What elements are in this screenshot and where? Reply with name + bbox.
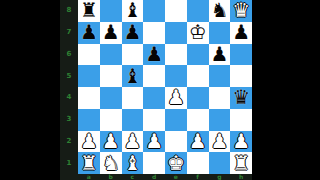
rank-label: 3 <box>60 109 78 131</box>
white-king: ♚ <box>167 153 185 174</box>
square-g3[interactable] <box>209 109 231 131</box>
square-h2[interactable]: ♟ <box>230 131 252 153</box>
square-h5[interactable] <box>230 65 252 87</box>
white-pawn: ♟ <box>123 131 141 152</box>
square-f3[interactable] <box>187 109 209 131</box>
file-labels-frame: a b c d e f g h <box>60 174 252 180</box>
black-pawn: ♟ <box>102 22 120 43</box>
white-pawn: ♟ <box>232 131 250 152</box>
square-e8[interactable] <box>165 0 187 22</box>
rank-label: 2 <box>60 131 78 153</box>
white-pawn: ♟ <box>145 131 163 152</box>
square-e6[interactable] <box>165 44 187 66</box>
square-a2[interactable]: ♟ <box>78 131 100 153</box>
square-e5[interactable] <box>165 65 187 87</box>
square-g8[interactable]: ♞ <box>209 0 231 22</box>
file-labels: a b c d e f g h <box>78 174 252 180</box>
square-e4[interactable]: ♟ <box>165 87 187 109</box>
square-h7[interactable]: ♟ <box>230 22 252 44</box>
square-e7[interactable] <box>165 22 187 44</box>
square-a5[interactable] <box>78 65 100 87</box>
rank-label: 8 <box>60 0 78 22</box>
square-a6[interactable] <box>78 44 100 66</box>
black-pawn: ♟ <box>232 22 250 43</box>
square-b7[interactable]: ♟ <box>100 22 122 44</box>
rank-label: 4 <box>60 87 78 109</box>
white-pawn: ♟ <box>189 131 207 152</box>
square-g7[interactable] <box>209 22 231 44</box>
square-f7[interactable]: ♔ <box>187 22 209 44</box>
square-b1[interactable]: ♞ <box>100 152 122 174</box>
square-b2[interactable]: ♟ <box>100 131 122 153</box>
square-d6[interactable]: ♟ <box>143 44 165 66</box>
rank-label: 1 <box>60 152 78 174</box>
square-d4[interactable] <box>143 87 165 109</box>
square-c1[interactable]: ♝ <box>122 152 144 174</box>
white-pawn: ♟ <box>210 131 228 152</box>
square-d3[interactable] <box>143 109 165 131</box>
square-a4[interactable] <box>78 87 100 109</box>
square-a7[interactable]: ♟ <box>78 22 100 44</box>
black-bishop: ♝ <box>123 0 141 21</box>
square-h3[interactable] <box>230 109 252 131</box>
white-bishop: ♝ <box>123 153 141 174</box>
file-label: f <box>187 174 209 180</box>
square-h4[interactable]: ♛ <box>230 87 252 109</box>
rank-label: 7 <box>60 22 78 44</box>
white-knight: ♞ <box>102 153 120 174</box>
square-c8[interactable]: ♝ <box>122 0 144 22</box>
rank-labels-frame: 8 7 6 5 4 3 2 1 <box>60 0 78 180</box>
square-a8[interactable]: ♜ <box>78 0 100 22</box>
file-label: b <box>100 174 122 180</box>
square-b6[interactable] <box>100 44 122 66</box>
file-label: e <box>165 174 187 180</box>
white-rook: ♜ <box>80 153 98 174</box>
file-label: c <box>122 174 144 180</box>
chess-board: ♜♝♞♛♟♟♟♔♟♟♟♝♟♛♟♟♟♟♟♟♟♜♞♝♚♜ <box>78 0 252 174</box>
square-b3[interactable] <box>100 109 122 131</box>
black-pawn: ♟ <box>123 22 141 43</box>
square-d1[interactable] <box>143 152 165 174</box>
square-f6[interactable] <box>187 44 209 66</box>
square-e3[interactable] <box>165 109 187 131</box>
square-e2[interactable] <box>165 131 187 153</box>
square-d8[interactable] <box>143 0 165 22</box>
square-h6[interactable] <box>230 44 252 66</box>
square-c6[interactable] <box>122 44 144 66</box>
square-d2[interactable]: ♟ <box>143 131 165 153</box>
rank-label: 6 <box>60 44 78 66</box>
black-queen: ♛ <box>232 87 250 108</box>
square-b4[interactable] <box>100 87 122 109</box>
rank-label: 5 <box>60 65 78 87</box>
square-f8[interactable] <box>187 0 209 22</box>
black-rook: ♜ <box>80 0 98 21</box>
white-pawn: ♟ <box>80 131 98 152</box>
square-g5[interactable] <box>209 65 231 87</box>
square-g4[interactable] <box>209 87 231 109</box>
square-f5[interactable] <box>187 65 209 87</box>
file-label: d <box>143 174 165 180</box>
black-king: ♔ <box>189 22 207 43</box>
square-f4[interactable] <box>187 87 209 109</box>
black-pawn: ♟ <box>145 44 163 65</box>
white-pawn: ♟ <box>167 87 185 108</box>
square-d5[interactable] <box>143 65 165 87</box>
white-rook: ♜ <box>232 153 250 174</box>
square-b5[interactable] <box>100 65 122 87</box>
chess-board-screenshot: 8 7 6 5 4 3 2 1 ♜♝♞♛♟♟♟♔♟♟♟♝♟♛♟♟♟♟♟♟♟♜♞♝… <box>0 0 320 180</box>
square-e1[interactable]: ♚ <box>165 152 187 174</box>
square-d7[interactable] <box>143 22 165 44</box>
square-a1[interactable]: ♜ <box>78 152 100 174</box>
square-c4[interactable] <box>122 87 144 109</box>
square-f2[interactable]: ♟ <box>187 131 209 153</box>
black-knight: ♞ <box>210 0 228 21</box>
black-pawn: ♟ <box>210 44 228 65</box>
square-c2[interactable]: ♟ <box>122 131 144 153</box>
white-queen: ♛ <box>232 0 250 21</box>
square-c3[interactable] <box>122 109 144 131</box>
file-label: a <box>78 174 100 180</box>
square-g6[interactable]: ♟ <box>209 44 231 66</box>
square-c5[interactable]: ♝ <box>122 65 144 87</box>
square-c7[interactable]: ♟ <box>122 22 144 44</box>
square-b8[interactable] <box>100 0 122 22</box>
black-bishop: ♝ <box>123 66 141 87</box>
black-pawn: ♟ <box>80 22 98 43</box>
square-h8[interactable]: ♛ <box>230 0 252 22</box>
file-label: g <box>209 174 231 180</box>
file-label: h <box>230 174 252 180</box>
square-f1[interactable] <box>187 152 209 174</box>
square-a3[interactable] <box>78 109 100 131</box>
square-g1[interactable] <box>209 152 231 174</box>
square-g2[interactable]: ♟ <box>209 131 231 153</box>
white-pawn: ♟ <box>102 131 120 152</box>
square-h1[interactable]: ♜ <box>230 152 252 174</box>
